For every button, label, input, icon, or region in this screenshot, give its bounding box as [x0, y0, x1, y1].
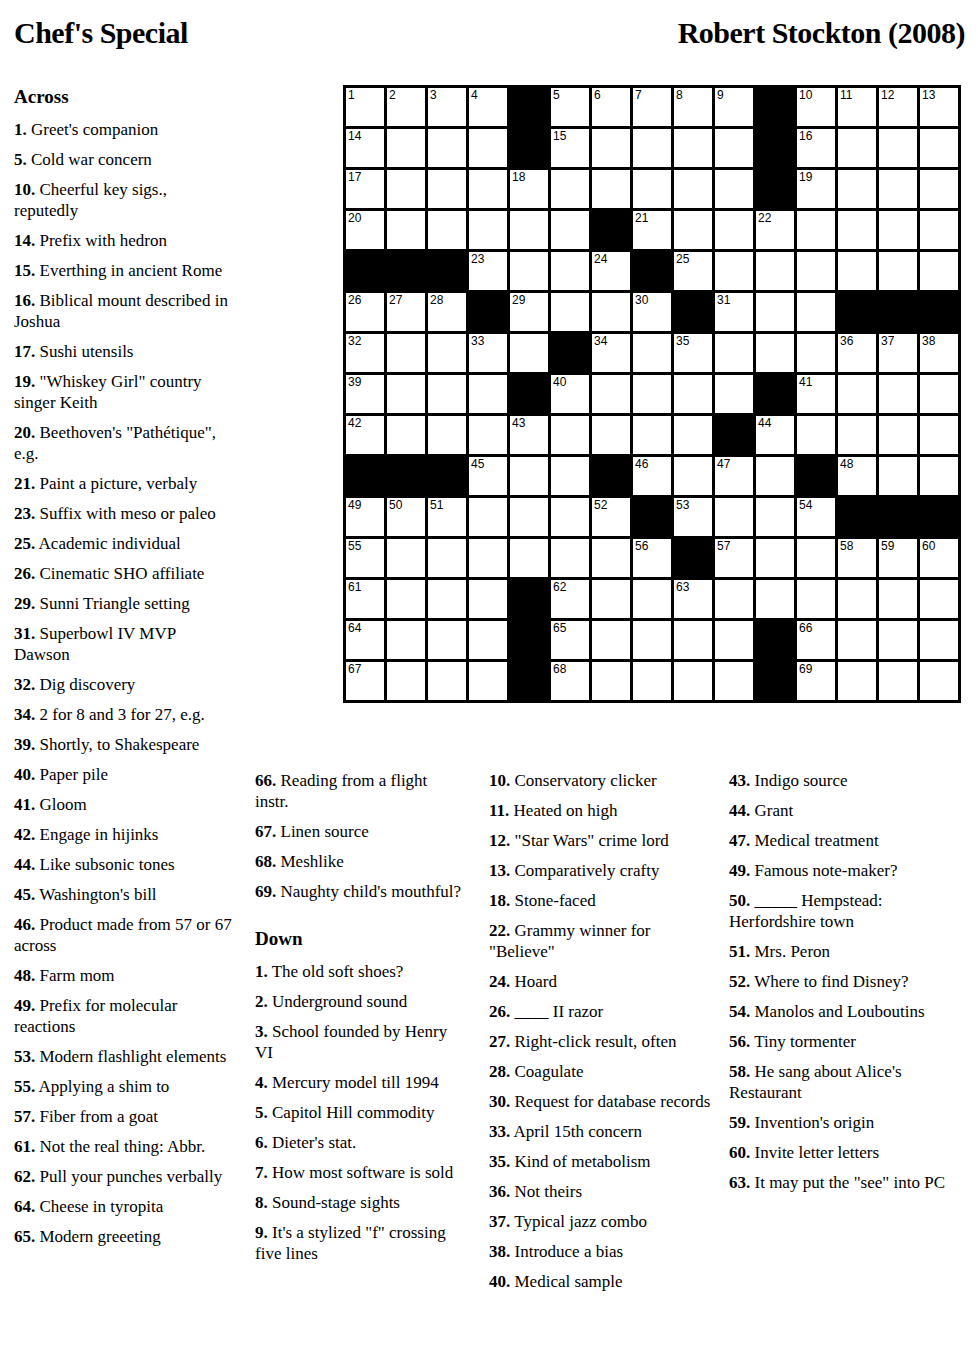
clue-down-9: 9. It's a stylized "f" crossing five lin…: [255, 1222, 465, 1264]
cell-r10c8[interactable]: 46: [633, 457, 671, 495]
cell-r3c2[interactable]: [387, 170, 425, 208]
clue-number: 1.: [255, 962, 268, 981]
cell-r12c2[interactable]: [387, 539, 425, 577]
cell-r9c2[interactable]: [387, 416, 425, 454]
clue-across-19: 19. "Whiskey Girl" country singer Keith: [14, 371, 232, 413]
cell-number-68: 68: [553, 663, 566, 676]
cell-r9c11[interactable]: 44: [756, 416, 794, 454]
clue-down-24: 24. Hoard: [489, 971, 711, 992]
clue-across-34: 34. 2 for 8 and 3 for 27, e.g.: [14, 704, 232, 725]
cell-number-54: 54: [799, 499, 812, 512]
clue-across-29: 29. Sunni Triangle setting: [14, 593, 232, 614]
clue-across-39: 39. Shortly, to Shakespeare: [14, 734, 232, 755]
cell-r9c3[interactable]: [428, 416, 466, 454]
cell-r9c5[interactable]: 43: [510, 416, 548, 454]
cell-r14c10[interactable]: [715, 621, 753, 659]
cell-r4c4[interactable]: [469, 211, 507, 249]
cell-r10c10[interactable]: 47: [715, 457, 753, 495]
cell-r14c3[interactable]: [428, 621, 466, 659]
clue-across-1: 1. Greet's companion: [14, 119, 232, 140]
cell-r5c6[interactable]: [551, 252, 589, 290]
black-cell-r2c5: [510, 129, 548, 167]
cell-r8c9[interactable]: [674, 375, 712, 413]
cell-r4c5[interactable]: [510, 211, 548, 249]
cell-r3c13[interactable]: [838, 170, 876, 208]
cell-r6c7[interactable]: [592, 293, 630, 331]
clue-number: 54.: [729, 1002, 750, 1021]
cell-r7c9[interactable]: 35: [674, 334, 712, 372]
cell-r7c14[interactable]: 37: [879, 334, 917, 372]
clue-down-28: 28. Coagulate: [489, 1061, 711, 1082]
cell-r2c7[interactable]: [592, 129, 630, 167]
cell-r12c13[interactable]: 58: [838, 539, 876, 577]
cell-number-55: 55: [348, 540, 361, 553]
cell-r4c10[interactable]: [715, 211, 753, 249]
cell-r14c6[interactable]: 65: [551, 621, 589, 659]
cell-r11c7[interactable]: 52: [592, 498, 630, 536]
cell-number-5: 5: [553, 89, 560, 102]
across-clues-column: Across 1. Greet's companion5. Cold war c…: [14, 86, 232, 1256]
cell-number-17: 17: [348, 171, 361, 184]
cell-r4c6[interactable]: [551, 211, 589, 249]
cell-r3c3[interactable]: [428, 170, 466, 208]
cell-r3c1[interactable]: 17: [346, 170, 384, 208]
cell-r4c14[interactable]: [879, 211, 917, 249]
cell-r12c6[interactable]: [551, 539, 589, 577]
black-cell-r8c11: [756, 375, 794, 413]
cell-r1c8[interactable]: 7: [633, 88, 671, 126]
cell-r13c7[interactable]: [592, 580, 630, 618]
cell-number-44: 44: [758, 417, 771, 430]
cell-r15c12[interactable]: 69: [797, 662, 835, 700]
cell-number-53: 53: [676, 499, 689, 512]
across-clues-list-2: 66. Reading from a flight instr.67. Line…: [255, 770, 465, 902]
cell-r4c12[interactable]: [797, 211, 835, 249]
clue-number: 33.: [489, 1122, 510, 1141]
cell-r11c2[interactable]: 50: [387, 498, 425, 536]
cell-r11c4[interactable]: [469, 498, 507, 536]
cell-r11c3[interactable]: 51: [428, 498, 466, 536]
cell-r3c9[interactable]: [674, 170, 712, 208]
cell-r5c11[interactable]: [756, 252, 794, 290]
cell-r13c6[interactable]: 62: [551, 580, 589, 618]
clue-number: 65.: [14, 1227, 35, 1246]
black-cell-r2c11: [756, 129, 794, 167]
cell-r5c13[interactable]: [838, 252, 876, 290]
cell-r10c6[interactable]: [551, 457, 589, 495]
cell-r1c10[interactable]: 9: [715, 88, 753, 126]
clue-down-37: 37. Typical jazz combo: [489, 1211, 711, 1232]
clue-number: 46.: [14, 915, 35, 934]
cell-r10c11[interactable]: [756, 457, 794, 495]
cell-r10c15[interactable]: [920, 457, 958, 495]
cell-r2c13[interactable]: [838, 129, 876, 167]
cell-r10c5[interactable]: [510, 457, 548, 495]
clue-across-42: 42. Engage in hijinks: [14, 824, 232, 845]
cell-r13c11[interactable]: [756, 580, 794, 618]
puzzle-author: Robert Stockton (2008): [678, 16, 965, 50]
cell-r7c5[interactable]: [510, 334, 548, 372]
cell-number-25: 25: [676, 253, 689, 266]
cell-r1c13[interactable]: 11: [838, 88, 876, 126]
cell-r8c12[interactable]: 41: [797, 375, 835, 413]
cell-r13c4[interactable]: [469, 580, 507, 618]
cell-r8c6[interactable]: 40: [551, 375, 589, 413]
cell-r5c7[interactable]: 24: [592, 252, 630, 290]
cell-r6c8[interactable]: 30: [633, 293, 671, 331]
cell-r13c13[interactable]: [838, 580, 876, 618]
cell-r12c5[interactable]: [510, 539, 548, 577]
clue-across-65: 65. Modern greeeting: [14, 1226, 232, 1247]
cell-r12c11[interactable]: [756, 539, 794, 577]
cell-r11c1[interactable]: 49: [346, 498, 384, 536]
cell-r7c15[interactable]: 38: [920, 334, 958, 372]
cell-r8c7[interactable]: [592, 375, 630, 413]
cell-r11c11[interactable]: [756, 498, 794, 536]
clue-number: 42.: [14, 825, 35, 844]
cell-r15c10[interactable]: [715, 662, 753, 700]
cell-r5c4[interactable]: 23: [469, 252, 507, 290]
across-clues-list-1: 1. Greet's companion5. Cold war concern1…: [14, 119, 232, 1247]
clue-number: 23.: [14, 504, 35, 523]
cell-r3c8[interactable]: [633, 170, 671, 208]
cell-r3c4[interactable]: [469, 170, 507, 208]
clue-down-50: 50. _____ Hempstead: Herfordshire town: [729, 890, 969, 932]
black-cell-r5c2: [387, 252, 425, 290]
cell-r14c7[interactable]: [592, 621, 630, 659]
cell-r15c14[interactable]: [879, 662, 917, 700]
cell-r1c1[interactable]: 1: [346, 88, 384, 126]
cell-number-11: 11: [840, 89, 852, 102]
cell-r14c1[interactable]: 64: [346, 621, 384, 659]
cell-r4c1[interactable]: 20: [346, 211, 384, 249]
cell-r2c10[interactable]: [715, 129, 753, 167]
cell-r9c14[interactable]: [879, 416, 917, 454]
clue-down-56: 56. Tiny tormenter: [729, 1031, 969, 1052]
cell-number-50: 50: [389, 499, 402, 512]
cell-r4c2[interactable]: [387, 211, 425, 249]
cell-r1c9[interactable]: 8: [674, 88, 712, 126]
clue-number: 53.: [14, 1047, 35, 1066]
cell-r3c5[interactable]: 18: [510, 170, 548, 208]
cell-r5c15[interactable]: [920, 252, 958, 290]
cell-r4c8[interactable]: 21: [633, 211, 671, 249]
cell-r12c3[interactable]: [428, 539, 466, 577]
clue-number: 58.: [729, 1062, 750, 1081]
cell-r1c15[interactable]: 13: [920, 88, 958, 126]
cell-r2c1[interactable]: 14: [346, 129, 384, 167]
black-cell-r7c6: [551, 334, 589, 372]
clue-across-21: 21. Paint a picture, verbaly: [14, 473, 232, 494]
cell-number-4: 4: [471, 89, 478, 102]
clue-down-8: 8. Sound-stage sights: [255, 1192, 465, 1213]
clue-number: 61.: [14, 1137, 35, 1156]
cell-r5c9[interactable]: 25: [674, 252, 712, 290]
cell-r15c3[interactable]: [428, 662, 466, 700]
cell-r14c4[interactable]: [469, 621, 507, 659]
cell-r8c10[interactable]: [715, 375, 753, 413]
cell-r7c8[interactable]: [633, 334, 671, 372]
cell-r12c7[interactable]: [592, 539, 630, 577]
cell-number-1: 1: [348, 89, 355, 102]
clue-number: 40.: [489, 1272, 510, 1291]
cell-r4c13[interactable]: [838, 211, 876, 249]
cell-r14c8[interactable]: [633, 621, 671, 659]
cell-number-46: 46: [635, 458, 648, 471]
cell-r15c6[interactable]: 68: [551, 662, 589, 700]
cell-number-9: 9: [717, 89, 724, 102]
cell-r6c11[interactable]: [756, 293, 794, 331]
black-cell-r10c12: [797, 457, 835, 495]
cell-r15c1[interactable]: 67: [346, 662, 384, 700]
clue-number: 69.: [255, 882, 276, 901]
cell-r12c12[interactable]: [797, 539, 835, 577]
cell-r3c12[interactable]: 19: [797, 170, 835, 208]
cell-r13c10[interactable]: [715, 580, 753, 618]
cell-r15c9[interactable]: [674, 662, 712, 700]
cell-r2c15[interactable]: [920, 129, 958, 167]
cell-r3c15[interactable]: [920, 170, 958, 208]
clue-number: 29.: [14, 594, 35, 613]
cell-r15c7[interactable]: [592, 662, 630, 700]
clue-down-30: 30. Request for database records: [489, 1091, 711, 1112]
black-cell-r9c10: [715, 416, 753, 454]
cell-r3c7[interactable]: [592, 170, 630, 208]
cell-r11c12[interactable]: 54: [797, 498, 835, 536]
cell-r1c4[interactable]: 4: [469, 88, 507, 126]
cell-r5c14[interactable]: [879, 252, 917, 290]
clue-across-68: 68. Meshlike: [255, 851, 465, 872]
cell-r12c15[interactable]: 60: [920, 539, 958, 577]
cell-number-27: 27: [389, 294, 402, 307]
cell-r13c1[interactable]: 61: [346, 580, 384, 618]
cell-r9c6[interactable]: [551, 416, 589, 454]
cell-r2c4[interactable]: [469, 129, 507, 167]
clue-down-10: 10. Conservatory clicker: [489, 770, 711, 791]
cell-r8c8[interactable]: [633, 375, 671, 413]
cell-r2c14[interactable]: [879, 129, 917, 167]
cell-r4c9[interactable]: [674, 211, 712, 249]
cell-r1c6[interactable]: 5: [551, 88, 589, 126]
cell-r10c9[interactable]: [674, 457, 712, 495]
cell-r6c12[interactable]: [797, 293, 835, 331]
cell-r1c2[interactable]: 2: [387, 88, 425, 126]
cell-r8c2[interactable]: [387, 375, 425, 413]
cell-r10c13[interactable]: 48: [838, 457, 876, 495]
cell-r7c12[interactable]: [797, 334, 835, 372]
cell-r13c15[interactable]: [920, 580, 958, 618]
cell-number-38: 38: [922, 335, 935, 348]
cell-r11c5[interactable]: [510, 498, 548, 536]
cell-r8c1[interactable]: 39: [346, 375, 384, 413]
cell-r8c14[interactable]: [879, 375, 917, 413]
cell-r15c2[interactable]: [387, 662, 425, 700]
cell-r11c10[interactable]: [715, 498, 753, 536]
cell-r6c6[interactable]: [551, 293, 589, 331]
cell-r14c13[interactable]: [838, 621, 876, 659]
clue-number: 48.: [14, 966, 35, 985]
cell-r9c12[interactable]: [797, 416, 835, 454]
cell-r9c15[interactable]: [920, 416, 958, 454]
cell-r6c5[interactable]: 29: [510, 293, 548, 331]
clue-number: 7.: [255, 1163, 268, 1182]
cell-r14c15[interactable]: [920, 621, 958, 659]
black-cell-r15c5: [510, 662, 548, 700]
cell-r4c3[interactable]: [428, 211, 466, 249]
cell-r2c6[interactable]: 15: [551, 129, 589, 167]
cell-r15c15[interactable]: [920, 662, 958, 700]
clue-down-63: 63. It may put the "see" into PC: [729, 1172, 969, 1193]
cell-r9c13[interactable]: [838, 416, 876, 454]
cell-r15c8[interactable]: [633, 662, 671, 700]
cell-r6c10[interactable]: 31: [715, 293, 753, 331]
cell-r7c1[interactable]: 32: [346, 334, 384, 372]
black-cell-r11c13: [838, 498, 876, 536]
clue-number: 24.: [489, 972, 510, 991]
cell-r3c14[interactable]: [879, 170, 917, 208]
clue-number: 41.: [14, 795, 35, 814]
cell-r7c11[interactable]: [756, 334, 794, 372]
black-cell-r6c13: [838, 293, 876, 331]
cell-r13c14[interactable]: [879, 580, 917, 618]
cell-r15c13[interactable]: [838, 662, 876, 700]
cell-r13c9[interactable]: 63: [674, 580, 712, 618]
clue-down-4: 4. Mercury model till 1994: [255, 1072, 465, 1093]
cell-r15c4[interactable]: [469, 662, 507, 700]
clue-number: 30.: [489, 1092, 510, 1111]
cell-r9c9[interactable]: [674, 416, 712, 454]
black-cell-r10c2: [387, 457, 425, 495]
cell-r2c3[interactable]: [428, 129, 466, 167]
cell-r7c3[interactable]: [428, 334, 466, 372]
clue-number: 64.: [14, 1197, 35, 1216]
cell-number-31: 31: [717, 294, 730, 307]
cell-r4c15[interactable]: [920, 211, 958, 249]
black-cell-r5c8: [633, 252, 671, 290]
cell-r11c6[interactable]: [551, 498, 589, 536]
clue-number: 16.: [14, 291, 35, 310]
cell-r7c10[interactable]: [715, 334, 753, 372]
cell-r14c12[interactable]: 66: [797, 621, 835, 659]
clues-column-3: 10. Conservatory clicker11. Heated on hi…: [489, 770, 711, 1301]
cell-r8c13[interactable]: [838, 375, 876, 413]
clue-number: 62.: [14, 1167, 35, 1186]
cell-r7c2[interactable]: [387, 334, 425, 372]
cell-r10c4[interactable]: 45: [469, 457, 507, 495]
cell-r13c2[interactable]: [387, 580, 425, 618]
cell-r5c12[interactable]: [797, 252, 835, 290]
cell-r5c5[interactable]: [510, 252, 548, 290]
cell-r14c9[interactable]: [674, 621, 712, 659]
cell-r7c4[interactable]: 33: [469, 334, 507, 372]
cell-r8c4[interactable]: [469, 375, 507, 413]
cell-r8c3[interactable]: [428, 375, 466, 413]
clue-across-45: 45. Washington's bill: [14, 884, 232, 905]
puzzle-title: Chef's Special: [14, 16, 188, 50]
cell-r2c2[interactable]: [387, 129, 425, 167]
clue-across-49: 49. Prefix for molecular reactions: [14, 995, 232, 1037]
cell-r3c10[interactable]: [715, 170, 753, 208]
clue-down-52: 52. Where to find Disney?: [729, 971, 969, 992]
clue-number: 6.: [255, 1133, 268, 1152]
clue-number: 56.: [729, 1032, 750, 1051]
cell-r7c13[interactable]: 36: [838, 334, 876, 372]
cell-r9c1[interactable]: 42: [346, 416, 384, 454]
cell-r1c14[interactable]: 12: [879, 88, 917, 126]
clue-down-40: 40. Medical sample: [489, 1271, 711, 1292]
clue-number: 15.: [14, 261, 35, 280]
cell-r9c7[interactable]: [592, 416, 630, 454]
cell-number-13: 13: [922, 89, 935, 102]
cell-r11c9[interactable]: 53: [674, 498, 712, 536]
cell-r2c8[interactable]: [633, 129, 671, 167]
cell-r10c14[interactable]: [879, 457, 917, 495]
clue-number: 14.: [14, 231, 35, 250]
cell-r5c10[interactable]: [715, 252, 753, 290]
cell-r1c7[interactable]: 6: [592, 88, 630, 126]
cell-r1c12[interactable]: 10: [797, 88, 835, 126]
cell-r13c8[interactable]: [633, 580, 671, 618]
clue-number: 10.: [14, 180, 35, 199]
cell-r12c1[interactable]: 55: [346, 539, 384, 577]
cell-r2c9[interactable]: [674, 129, 712, 167]
clue-number: 68.: [255, 852, 276, 871]
title-bar: Chef's Special Robert Stockton (2008): [14, 16, 965, 50]
cell-r13c3[interactable]: [428, 580, 466, 618]
cell-r2c12[interactable]: 16: [797, 129, 835, 167]
clue-across-67: 67. Linen source: [255, 821, 465, 842]
cell-r7c7[interactable]: 34: [592, 334, 630, 372]
clue-number: 21.: [14, 474, 35, 493]
black-cell-r6c14: [879, 293, 917, 331]
cell-r14c14[interactable]: [879, 621, 917, 659]
cell-r12c8[interactable]: 56: [633, 539, 671, 577]
cell-number-21: 21: [635, 212, 648, 225]
clue-number: 66.: [255, 771, 276, 790]
cell-number-52: 52: [594, 499, 607, 512]
cell-r14c2[interactable]: [387, 621, 425, 659]
cell-r13c12[interactable]: [797, 580, 835, 618]
cell-number-20: 20: [348, 212, 361, 225]
clue-down-27: 27. Right-click result, often: [489, 1031, 711, 1052]
cell-r6c1[interactable]: 26: [346, 293, 384, 331]
cell-r6c2[interactable]: 27: [387, 293, 425, 331]
cell-r4c11[interactable]: 22: [756, 211, 794, 249]
cell-r1c3[interactable]: 3: [428, 88, 466, 126]
cell-number-30: 30: [635, 294, 648, 307]
black-cell-r14c5: [510, 621, 548, 659]
cell-r12c4[interactable]: [469, 539, 507, 577]
cell-r3c6[interactable]: [551, 170, 589, 208]
cell-r9c4[interactable]: [469, 416, 507, 454]
black-cell-r11c8: [633, 498, 671, 536]
cell-r12c14[interactable]: 59: [879, 539, 917, 577]
cell-r6c3[interactable]: 28: [428, 293, 466, 331]
cell-number-41: 41: [799, 376, 812, 389]
clue-down-26: 26. ____ II razor: [489, 1001, 711, 1022]
clue-across-26: 26. Cinematic SHO affiliate: [14, 563, 232, 584]
clue-across-10: 10. Cheerful key sigs., reputedly: [14, 179, 232, 221]
cell-number-40: 40: [553, 376, 566, 389]
cell-r8c15[interactable]: [920, 375, 958, 413]
cell-r12c10[interactable]: 57: [715, 539, 753, 577]
clue-across-55: 55. Applying a shim to: [14, 1076, 232, 1097]
cell-r9c8[interactable]: [633, 416, 671, 454]
clue-number: 26.: [489, 1002, 510, 1021]
cell-number-69: 69: [799, 663, 812, 676]
cell-number-59: 59: [881, 540, 894, 553]
cell-number-49: 49: [348, 499, 361, 512]
